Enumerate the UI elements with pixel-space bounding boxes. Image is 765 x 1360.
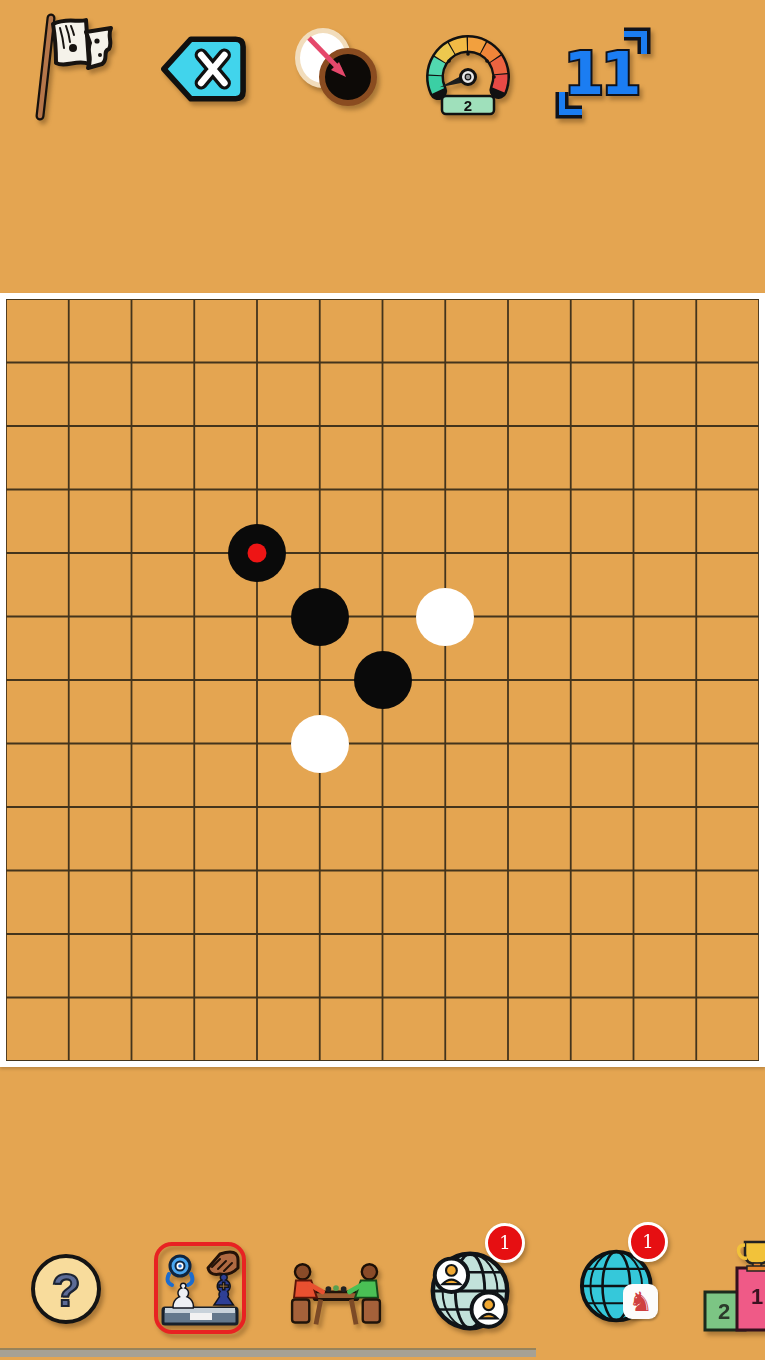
podium-first: 1 xyxy=(751,1284,763,1309)
speedometer-icon: 2 xyxy=(418,20,518,120)
two-players-at-table-icon xyxy=(288,1248,384,1332)
vs-computer-button-selected[interactable]: ♟ ♝ xyxy=(154,1242,246,1334)
black-stone xyxy=(354,651,412,709)
multiplayer-notification-badge: 1 xyxy=(485,1223,525,1263)
trophy-podium-icon: 2 1 xyxy=(703,1240,765,1335)
help-button[interactable]: ? xyxy=(31,1254,101,1324)
podium-second: 2 xyxy=(718,1299,730,1324)
white-pawn-icon: ♟ xyxy=(168,1276,198,1316)
difficulty-value: 2 xyxy=(464,97,472,114)
undo-button[interactable] xyxy=(156,28,250,110)
leaderboard-button[interactable]: 2 1 xyxy=(703,1240,765,1335)
resign-flag-icon[interactable] xyxy=(16,12,116,122)
backspace-shape xyxy=(164,39,243,99)
question-mark-icon: ? xyxy=(35,1260,97,1320)
gomoku-app-screen: { "game": "gomoku", "board": { "cells": … xyxy=(0,0,765,1360)
board-surface[interactable] xyxy=(6,299,759,1061)
black-stone xyxy=(291,588,349,646)
chess-knight-chip: ♞ xyxy=(623,1284,658,1319)
white-stone xyxy=(291,715,349,773)
local-two-player-button[interactable] xyxy=(288,1248,384,1332)
white-flag-icon xyxy=(16,12,116,122)
white-stone xyxy=(416,588,474,646)
avatar-top-left xyxy=(435,1259,468,1292)
game-board[interactable] xyxy=(0,293,765,1067)
blue-bishop-icon: ♝ xyxy=(205,1266,243,1315)
difficulty-gauge-icon[interactable]: 2 xyxy=(418,20,518,120)
knight-icon: ♞ xyxy=(628,1286,652,1317)
last-move-marker xyxy=(248,544,267,563)
move-counter: 11 xyxy=(552,22,652,122)
stones-layer xyxy=(6,299,759,1061)
avatar-bottom-right xyxy=(472,1292,506,1326)
black-stone xyxy=(228,524,286,582)
rated-notification-badge: 1 xyxy=(628,1222,668,1262)
move-counter-value: 11 xyxy=(564,40,639,108)
bottom-progress-bar xyxy=(0,1348,536,1357)
swap-arrow-icon xyxy=(293,26,385,114)
turn-swap-button[interactable] xyxy=(293,26,385,114)
